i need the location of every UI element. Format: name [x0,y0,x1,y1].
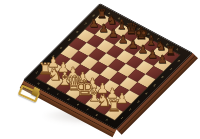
coordinate-label: g [166,43,170,46]
coordinate-label: 4 [145,92,149,95]
coordinate-label: 1 [120,116,124,119]
coordinate-label: h [175,48,179,51]
coordinate-label: 6 [161,76,165,79]
coordinate-label: e [76,103,80,106]
coordinate-label: 3 [51,54,55,57]
coordinate-label: f [86,108,89,111]
coordinate-label: d [66,98,70,101]
coordinate-label: b [117,17,121,20]
coordinate-label: d [137,27,141,30]
coordinate-label: a [37,82,41,85]
coordinate-label: c [127,22,131,25]
coordinate-label: 1 [35,71,39,74]
coordinate-label: a [107,12,111,15]
coordinate-label: 4 [59,46,63,49]
coordinate-label: g [95,113,99,116]
coordinate-label: f [156,38,159,41]
coordinate-label: 7 [84,22,88,25]
coordinate-label: 2 [128,108,132,111]
coordinate-label: 8 [177,59,181,62]
coordinate-label: 7 [169,67,173,70]
coordinate-label: 3 [136,100,140,103]
coordinate-label: c [56,93,60,96]
chess-set-photo: abcdefgh abcdefgh 87654321 87654321 ♜♞♝♛… [0,0,200,139]
coordinate-label: 5 [153,84,157,87]
coordinate-label: 6 [76,30,80,33]
coordinate-label: e [147,33,151,36]
coordinate-label: 5 [67,38,71,41]
coordinate-label: 8 [92,14,96,17]
coordinate-label: 2 [43,63,47,66]
coordinate-label: b [46,87,50,90]
coordinate-label: h [105,119,109,122]
